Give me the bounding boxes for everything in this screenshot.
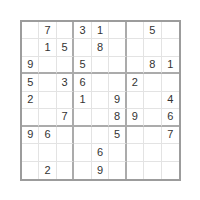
sudoku-cell[interactable]: 7	[39, 22, 56, 39]
sudoku-cell[interactable]: 2	[39, 162, 56, 179]
sudoku-cell[interactable]	[92, 127, 109, 144]
sudoku-cell[interactable]: 3	[57, 74, 74, 91]
sudoku-cell[interactable]: 9	[127, 109, 144, 126]
sudoku-cell[interactable]: 6	[74, 74, 91, 91]
sudoku-cell[interactable]	[127, 127, 144, 144]
sudoku-cell[interactable]	[144, 127, 161, 144]
sudoku-cell[interactable]	[92, 92, 109, 109]
sudoku-cell[interactable]	[92, 57, 109, 74]
sudoku-cell[interactable]	[162, 22, 179, 39]
sudoku-cell[interactable]: 9	[92, 162, 109, 179]
sudoku-cell[interactable]	[127, 92, 144, 109]
sudoku-cell[interactable]: 5	[109, 127, 126, 144]
sudoku-cell[interactable]	[74, 39, 91, 56]
sudoku-cell[interactable]	[39, 92, 56, 109]
sudoku-cell[interactable]: 8	[144, 57, 161, 74]
sudoku-cell[interactable]	[22, 162, 39, 179]
sudoku-cell[interactable]	[22, 39, 39, 56]
sudoku-cell[interactable]: 7	[162, 127, 179, 144]
sudoku-cell[interactable]	[109, 162, 126, 179]
sudoku-cell[interactable]	[74, 162, 91, 179]
sudoku-cell[interactable]	[144, 92, 161, 109]
sudoku-cell[interactable]	[127, 39, 144, 56]
sudoku-cell[interactable]	[162, 39, 179, 56]
sudoku-cell[interactable]: 4	[162, 92, 179, 109]
sudoku-cell[interactable]: 1	[162, 57, 179, 74]
sudoku-board: 731515895815362219478969657629	[20, 20, 181, 181]
sudoku-cell[interactable]: 8	[92, 39, 109, 56]
sudoku-cell[interactable]	[162, 162, 179, 179]
sudoku-cell[interactable]: 6	[92, 144, 109, 161]
sudoku-cell[interactable]: 7	[57, 109, 74, 126]
sudoku-cell[interactable]	[39, 57, 56, 74]
sudoku-cell[interactable]	[127, 162, 144, 179]
sudoku-cell[interactable]	[144, 39, 161, 56]
sudoku-cell[interactable]: 1	[74, 92, 91, 109]
sudoku-cell[interactable]: 3	[74, 22, 91, 39]
sudoku-cell[interactable]: 9	[22, 127, 39, 144]
sudoku-cell[interactable]: 5	[144, 22, 161, 39]
sudoku-cell[interactable]	[57, 22, 74, 39]
sudoku-cell[interactable]	[57, 92, 74, 109]
sudoku-cell[interactable]	[92, 109, 109, 126]
sudoku-cell[interactable]	[39, 109, 56, 126]
sudoku-cell[interactable]: 5	[74, 57, 91, 74]
sudoku-cell[interactable]: 5	[57, 39, 74, 56]
sudoku-cell[interactable]	[74, 109, 91, 126]
sudoku-cell[interactable]	[162, 74, 179, 91]
sudoku-cell[interactable]	[109, 57, 126, 74]
sudoku-cell[interactable]	[109, 22, 126, 39]
sudoku-cell[interactable]	[74, 127, 91, 144]
sudoku-cell[interactable]: 9	[22, 57, 39, 74]
sudoku-cell[interactable]: 2	[22, 92, 39, 109]
sudoku-cell[interactable]	[109, 74, 126, 91]
sudoku-cell[interactable]: 6	[162, 109, 179, 126]
sudoku-cell[interactable]: 6	[39, 127, 56, 144]
sudoku-cell[interactable]	[39, 144, 56, 161]
sudoku-cell[interactable]: 1	[39, 39, 56, 56]
sudoku-cell[interactable]	[57, 144, 74, 161]
sudoku-cell[interactable]	[127, 144, 144, 161]
sudoku-cell[interactable]	[127, 57, 144, 74]
sudoku-cell[interactable]: 9	[109, 92, 126, 109]
sudoku-cell[interactable]	[144, 109, 161, 126]
sudoku-cell[interactable]	[57, 162, 74, 179]
sudoku-cell[interactable]	[57, 57, 74, 74]
sudoku-cell[interactable]: 2	[127, 74, 144, 91]
sudoku-cell[interactable]: 5	[22, 74, 39, 91]
sudoku-cell[interactable]	[109, 144, 126, 161]
sudoku-cell[interactable]	[22, 109, 39, 126]
sudoku-cell[interactable]	[144, 74, 161, 91]
sudoku-cell[interactable]	[39, 74, 56, 91]
sudoku-cell[interactable]	[109, 39, 126, 56]
sudoku-cell[interactable]	[144, 162, 161, 179]
sudoku-cell[interactable]	[57, 127, 74, 144]
sudoku-cell[interactable]	[92, 74, 109, 91]
sudoku-cell[interactable]	[22, 22, 39, 39]
sudoku-cell[interactable]	[74, 144, 91, 161]
sudoku-cell[interactable]: 8	[109, 109, 126, 126]
sudoku-cell[interactable]	[162, 144, 179, 161]
sudoku-cell[interactable]	[127, 22, 144, 39]
sudoku-cell[interactable]: 1	[92, 22, 109, 39]
sudoku-cell[interactable]	[144, 144, 161, 161]
sudoku-cell[interactable]	[22, 144, 39, 161]
